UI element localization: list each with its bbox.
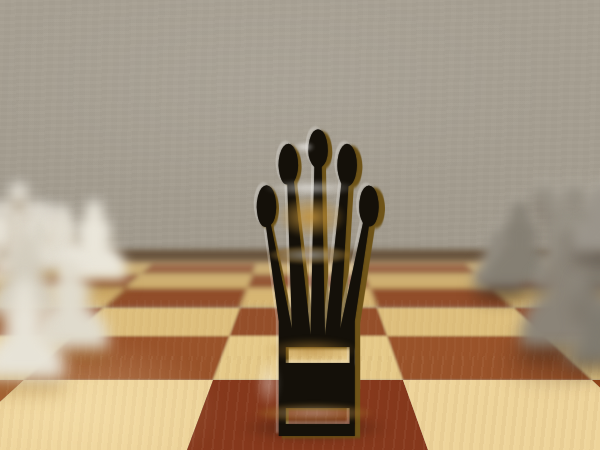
queen-body-layer: ♛ [237,81,388,450]
chess-photo-scene: ♚ ♟ ♟ ♟ ♟ ♟ ♟ ♟ ♟ ♜ ♟ ♝ ♟ ♛ ♛ ♛ [0,0,600,450]
black-queen-piece[interactable]: ♛ ♛ ♛ [0,0,600,450]
queen-glyph-stack: ♛ ♛ ♛ [242,0,382,450]
